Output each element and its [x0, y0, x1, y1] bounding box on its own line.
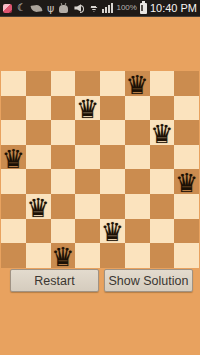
board-square-h4[interactable]: ♛ — [174, 169, 199, 194]
board-square-f2[interactable] — [125, 219, 150, 244]
board-square-a7[interactable] — [1, 96, 26, 121]
leaf-icon — [30, 4, 42, 13]
speaker-icon — [74, 3, 85, 13]
board-square-c3[interactable] — [51, 194, 76, 219]
battery-icon — [140, 3, 147, 14]
board-square-e8[interactable] — [100, 71, 125, 96]
board-square-b5[interactable] — [26, 145, 51, 170]
wifi-icon — [88, 4, 99, 12]
board-square-a6[interactable] — [1, 120, 26, 145]
board-square-a5[interactable]: ♛ — [1, 145, 26, 170]
board-square-c6[interactable] — [51, 120, 76, 145]
board-square-a3[interactable] — [1, 194, 26, 219]
board-square-c4[interactable] — [51, 169, 76, 194]
board-square-b2[interactable] — [26, 219, 51, 244]
board-square-h5[interactable] — [174, 145, 199, 170]
board-square-d3[interactable] — [75, 194, 100, 219]
board-square-c5[interactable] — [51, 145, 76, 170]
board-square-f1[interactable] — [125, 243, 150, 268]
board-square-g1[interactable] — [150, 243, 175, 268]
board-square-b7[interactable] — [26, 96, 51, 121]
status-bar: ☾ ψ 100% 10:40 PM — [0, 0, 200, 17]
board-square-f3[interactable] — [125, 194, 150, 219]
queen-piece: ♛ — [175, 171, 198, 195]
board-square-e1[interactable] — [100, 243, 125, 268]
board-square-g2[interactable] — [150, 219, 175, 244]
board-square-c7[interactable] — [51, 96, 76, 121]
board-square-h2[interactable] — [174, 219, 199, 244]
board-square-h3[interactable] — [174, 194, 199, 219]
queen-piece: ♛ — [150, 122, 173, 146]
board-square-h1[interactable] — [174, 243, 199, 268]
status-bar-system: 100% 10:40 PM — [74, 2, 197, 14]
clock: 10:40 PM — [150, 3, 197, 14]
board-square-e2[interactable]: ♛ — [100, 219, 125, 244]
status-bar-notifications: ☾ ψ — [3, 3, 68, 14]
board-square-b4[interactable] — [26, 169, 51, 194]
usb-icon: ψ — [47, 3, 54, 14]
board-square-b8[interactable] — [26, 71, 51, 96]
notification-app-icon — [3, 4, 12, 13]
board-square-h6[interactable] — [174, 120, 199, 145]
board-square-h7[interactable] — [174, 96, 199, 121]
board-square-d4[interactable] — [75, 169, 100, 194]
board-square-c2[interactable] — [51, 219, 76, 244]
queen-piece: ♛ — [2, 147, 25, 171]
board-square-g4[interactable] — [150, 169, 175, 194]
board-square-f8[interactable]: ♛ — [125, 71, 150, 96]
board-square-f6[interactable] — [125, 120, 150, 145]
board-square-b3[interactable]: ♛ — [26, 194, 51, 219]
board-square-f4[interactable] — [125, 169, 150, 194]
board-square-a1[interactable] — [1, 243, 26, 268]
board-square-g6[interactable]: ♛ — [150, 120, 175, 145]
moon-icon: ☾ — [17, 3, 26, 13]
board-square-e5[interactable] — [100, 145, 125, 170]
board-square-g7[interactable] — [150, 96, 175, 121]
queen-piece: ♛ — [76, 97, 99, 121]
board-square-f7[interactable] — [125, 96, 150, 121]
restart-button[interactable]: Restart — [10, 269, 99, 292]
android-debug-icon — [59, 5, 68, 13]
board-square-a2[interactable] — [1, 219, 26, 244]
board-square-d7[interactable]: ♛ — [75, 96, 100, 121]
board-square-e7[interactable] — [100, 96, 125, 121]
board-square-g3[interactable] — [150, 194, 175, 219]
show-solution-button[interactable]: Show Solution — [104, 269, 193, 292]
board-square-d1[interactable] — [75, 243, 100, 268]
board-square-d6[interactable] — [75, 120, 100, 145]
board-square-e3[interactable] — [100, 194, 125, 219]
board-square-c8[interactable] — [51, 71, 76, 96]
board-square-e6[interactable] — [100, 120, 125, 145]
board-square-d2[interactable] — [75, 219, 100, 244]
signal-bars-icon — [102, 3, 113, 13]
queen-piece: ♛ — [101, 220, 124, 244]
board-square-g8[interactable] — [150, 71, 175, 96]
queen-piece: ♛ — [125, 73, 148, 97]
board-square-d8[interactable] — [75, 71, 100, 96]
queen-piece: ♛ — [26, 196, 49, 220]
app-screen: ☾ ψ 100% 10:40 PM ♛♛♛♛♛♛♛♛ Restart Show … — [0, 0, 200, 355]
chessboard: ♛♛♛♛♛♛♛♛ — [1, 71, 199, 268]
board-square-h8[interactable] — [174, 71, 199, 96]
queen-piece: ♛ — [51, 245, 74, 269]
board-square-g5[interactable] — [150, 145, 175, 170]
board-square-a8[interactable] — [1, 71, 26, 96]
board-square-d5[interactable] — [75, 145, 100, 170]
board-square-b6[interactable] — [26, 120, 51, 145]
board-square-b1[interactable] — [26, 243, 51, 268]
battery-percent: 100% — [116, 4, 136, 12]
board-square-e4[interactable] — [100, 169, 125, 194]
board-square-f5[interactable] — [125, 145, 150, 170]
board-square-a4[interactable] — [1, 169, 26, 194]
board-square-c1[interactable]: ♛ — [51, 243, 76, 268]
